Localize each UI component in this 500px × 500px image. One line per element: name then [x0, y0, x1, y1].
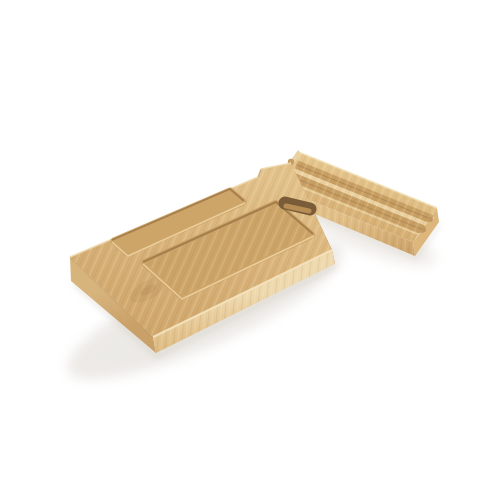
cable-slot — [285, 203, 310, 211]
product-photo — [0, 0, 500, 500]
photo-canvas — [0, 0, 500, 500]
